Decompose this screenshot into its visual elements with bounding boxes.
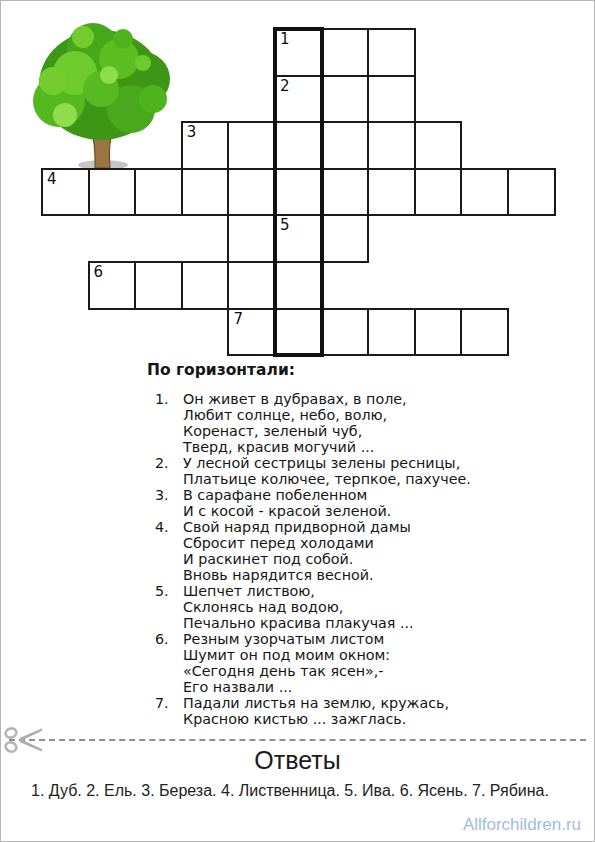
grid-cell-r7c6[interactable] bbox=[321, 308, 370, 357]
answers-text: 1. Дуб. 2. Ель. 3. Береза. 4. Лиственниц… bbox=[31, 782, 571, 800]
site-watermark: Allforchildren.ru bbox=[463, 815, 581, 835]
clue-number: 3. bbox=[155, 487, 183, 519]
grid-cell-r2c7[interactable] bbox=[367, 75, 416, 124]
clue-text: Падали листья на землю, кружась,Красною … bbox=[183, 695, 575, 727]
grid-cell-r6c4[interactable] bbox=[227, 261, 276, 310]
grid-cell-r7c8[interactable] bbox=[414, 308, 463, 357]
grid-cell-r7c4[interactable]: 7 bbox=[227, 308, 276, 357]
grid-cell-r4c1[interactable] bbox=[88, 168, 137, 217]
grid-cell-r2c5[interactable]: 2 bbox=[274, 75, 323, 124]
grid-cell-r6c3[interactable] bbox=[181, 261, 230, 310]
grid-cell-r4c5[interactable] bbox=[274, 168, 323, 217]
clue-number-label: 1 bbox=[280, 31, 290, 48]
grid-cell-r1c6[interactable] bbox=[321, 28, 370, 77]
clue-number-label: 5 bbox=[280, 217, 290, 234]
clue-number-label: 6 bbox=[94, 264, 104, 281]
clue-text: В сарафане побеленномИ с косой - красой … bbox=[183, 487, 575, 519]
grid-cell-r4c10[interactable] bbox=[507, 168, 556, 217]
clue-number: 6. bbox=[155, 631, 183, 695]
grid-cell-r7c7[interactable] bbox=[367, 308, 416, 357]
grid-cell-r4c4[interactable] bbox=[227, 168, 276, 217]
clue-number-label: 7 bbox=[233, 311, 243, 328]
grid-cell-r4c8[interactable] bbox=[414, 168, 463, 217]
grid-cell-r3c3[interactable]: 3 bbox=[181, 121, 230, 170]
grid-cell-r4c0[interactable]: 4 bbox=[41, 168, 90, 217]
grid-cell-r4c6[interactable] bbox=[321, 168, 370, 217]
clue-5: 5.Шепчет листвою,Склонясь над водою,Печа… bbox=[155, 583, 575, 631]
grid-cell-r1c7[interactable] bbox=[367, 28, 416, 77]
grid-cell-r4c7[interactable] bbox=[367, 168, 416, 217]
grid-cell-r2c6[interactable] bbox=[321, 75, 370, 124]
clue-6: 6.Резным узорчатым листомШумит он под мо… bbox=[155, 631, 575, 695]
grid-cell-r5c4[interactable] bbox=[227, 214, 276, 263]
grid-cell-r3c7[interactable] bbox=[367, 121, 416, 170]
clues-list: 1.Он живет в дубравах, в поле,Любит солн… bbox=[155, 391, 575, 727]
clue-number-label: 3 bbox=[187, 124, 197, 141]
clue-1: 1.Он живет в дубравах, в поле,Любит солн… bbox=[155, 391, 575, 455]
clue-number-label: 4 bbox=[47, 171, 57, 188]
clue-number: 4. bbox=[155, 519, 183, 583]
grid-cell-r3c4[interactable] bbox=[227, 121, 276, 170]
grid-cell-r5c5[interactable]: 5 bbox=[274, 214, 323, 263]
grid-cell-r7c5[interactable] bbox=[274, 308, 323, 357]
clue-7: 7.Падали листья на землю, кружась,Красно… bbox=[155, 695, 575, 727]
clue-3: 3.В сарафане побеленномИ с косой - красо… bbox=[155, 487, 575, 519]
grid-cell-r3c5[interactable] bbox=[274, 121, 323, 170]
clues-heading: По горизонтали: bbox=[147, 361, 295, 379]
clue-number: 2. bbox=[155, 455, 183, 487]
clue-text: Свой наряд придворной дамыСбросит перед … bbox=[183, 519, 575, 583]
clue-number: 5. bbox=[155, 583, 183, 631]
clue-text: У лесной сестрицы зелены ресницы,Платьиц… bbox=[183, 455, 575, 487]
answers-heading: Ответы bbox=[1, 746, 594, 775]
grid-cell-r4c9[interactable] bbox=[460, 168, 509, 217]
grid-cell-r7c9[interactable] bbox=[460, 308, 509, 357]
grid-cell-r1c5[interactable]: 1 bbox=[274, 28, 323, 77]
grid-cell-r6c2[interactable] bbox=[134, 261, 183, 310]
clue-number: 7. bbox=[155, 695, 183, 727]
grid-cell-r4c3[interactable] bbox=[181, 168, 230, 217]
grid-cell-r3c6[interactable] bbox=[321, 121, 370, 170]
clue-text: Он живет в дубравах, в поле,Любит солнце… bbox=[183, 391, 575, 455]
grid-cell-r6c5[interactable] bbox=[274, 261, 323, 310]
cut-line bbox=[9, 739, 586, 741]
clue-text: Шепчет листвою,Склонясь над водою,Печаль… bbox=[183, 583, 575, 631]
worksheet-page: 1234567 По горизонтали: 1.Он живет в дуб… bbox=[0, 0, 595, 842]
grid-cell-r4c2[interactable] bbox=[134, 168, 183, 217]
clue-2: 2.У лесной сестрицы зелены ресницы,Плать… bbox=[155, 455, 575, 487]
clue-4: 4.Свой наряд придворной дамыСбросит пере… bbox=[155, 519, 575, 583]
clue-text: Резным узорчатым листомШумит он под моим… bbox=[183, 631, 575, 695]
crossword-grid: 1234567 bbox=[1, 1, 595, 401]
grid-cell-r5c6[interactable] bbox=[321, 214, 370, 263]
clue-number-label: 2 bbox=[280, 78, 290, 95]
clue-number: 1. bbox=[155, 391, 183, 455]
grid-cell-r3c8[interactable] bbox=[414, 121, 463, 170]
grid-cell-r6c1[interactable]: 6 bbox=[88, 261, 137, 310]
